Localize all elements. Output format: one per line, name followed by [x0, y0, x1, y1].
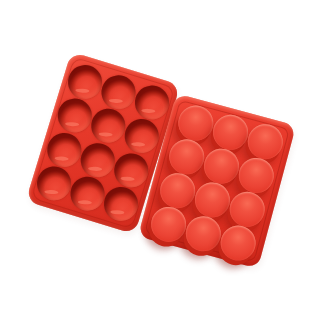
muffin-cup-cavity — [54, 95, 96, 137]
muffin-cup-cavity — [110, 149, 152, 191]
muffin-cup-bump — [174, 101, 217, 144]
muffin-cup-cavity — [66, 173, 108, 215]
muffin-cup-bump — [156, 169, 199, 212]
muffin-cup-cavity — [87, 105, 129, 147]
muffin-cup-grid — [146, 101, 287, 264]
muffin-cup-cavity — [99, 183, 141, 225]
muffin-cup-bump — [234, 154, 277, 197]
product-photo-canvas — [0, 0, 310, 310]
muffin-cup-cavity — [120, 115, 162, 157]
muffin-cup-cavity — [64, 61, 106, 103]
muffin-cup-cavity — [130, 81, 172, 123]
muffin-cup-bump — [191, 178, 234, 221]
muffin-cup-bump — [200, 145, 243, 188]
muffin-cup-bump — [243, 120, 286, 163]
muffin-cup-bump — [216, 222, 259, 265]
muffin-cup-bump — [225, 188, 268, 231]
muffin-cup-cavity — [43, 129, 85, 171]
muffin-cup-bump — [209, 111, 252, 154]
muffin-cup-cavity — [97, 71, 139, 113]
muffin-cup-cavity — [77, 139, 119, 181]
muffin-cup-bump — [165, 135, 208, 178]
muffin-cup-bump — [147, 203, 190, 246]
muffin-cup-bump — [181, 212, 224, 255]
muffin-cup-cavity — [33, 163, 75, 205]
